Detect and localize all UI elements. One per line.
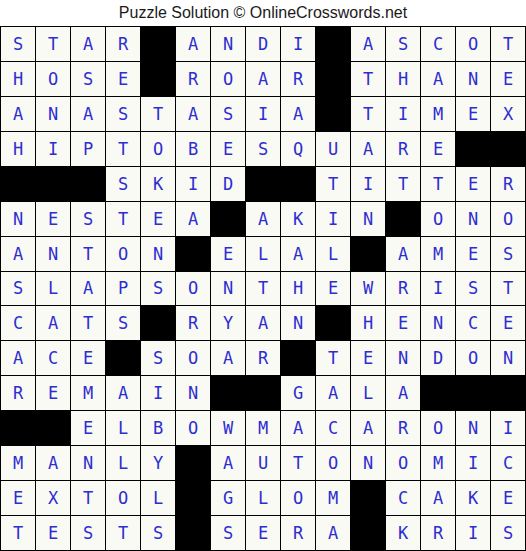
letter-cell-r11c5: I bbox=[141, 376, 175, 410]
letter-cell-r10c13: D bbox=[421, 341, 455, 375]
black-cell bbox=[456, 132, 490, 166]
black-cell bbox=[211, 202, 245, 236]
letter-cell-r1c4: R bbox=[106, 27, 140, 61]
black-cell bbox=[351, 516, 385, 550]
letter-cell-r7c8: L bbox=[246, 237, 280, 271]
letter-cell-r1c7: N bbox=[211, 27, 245, 61]
letter-cell-r11c1: R bbox=[1, 376, 35, 410]
letter-cell-r2c14: N bbox=[456, 62, 490, 96]
letter-cell-r15c7: S bbox=[211, 516, 245, 550]
black-cell bbox=[316, 97, 350, 131]
letter-cell-r5c14: E bbox=[456, 167, 490, 201]
letter-cell-r9c6: R bbox=[176, 306, 210, 340]
letter-cell-r6c5: E bbox=[141, 202, 175, 236]
letter-cell-r4c4: T bbox=[106, 132, 140, 166]
letter-cell-r10c10: T bbox=[316, 341, 350, 375]
letter-cell-r5c11: I bbox=[351, 167, 385, 201]
letter-cell-r12c5: B bbox=[141, 411, 175, 445]
letter-cell-r8c9: H bbox=[281, 272, 315, 306]
letter-cell-r7c14: E bbox=[456, 237, 490, 271]
letter-cell-r10c12: N bbox=[386, 341, 420, 375]
letter-cell-r2c1: H bbox=[1, 62, 35, 96]
letter-cell-r2c3: S bbox=[71, 62, 105, 96]
letter-cell-r11c2: E bbox=[36, 376, 70, 410]
letter-cell-r10c15: N bbox=[491, 341, 525, 375]
letter-cell-r1c8: D bbox=[246, 27, 280, 61]
letter-cell-r13c8: U bbox=[246, 446, 280, 480]
letter-cell-r4c1: H bbox=[1, 132, 35, 166]
page-title: Puzzle Solution © OnlineCrosswords.net bbox=[0, 0, 526, 26]
letter-cell-r5c15: R bbox=[491, 167, 525, 201]
letter-cell-r3c14: E bbox=[456, 97, 490, 131]
black-cell bbox=[1, 411, 35, 445]
letter-cell-r14c14: K bbox=[456, 481, 490, 515]
letter-cell-r8c6: O bbox=[176, 272, 210, 306]
letter-cell-r15c10: A bbox=[316, 516, 350, 550]
letter-cell-r6c11: N bbox=[351, 202, 385, 236]
letter-cell-r9c3: T bbox=[71, 306, 105, 340]
letter-cell-r9c13: N bbox=[421, 306, 455, 340]
letter-cell-r9c7: Y bbox=[211, 306, 245, 340]
letter-cell-r6c4: T bbox=[106, 202, 140, 236]
black-cell bbox=[351, 237, 385, 271]
letter-cell-r7c7: E bbox=[211, 237, 245, 271]
letter-cell-r8c13: I bbox=[421, 272, 455, 306]
letter-cell-r6c3: S bbox=[71, 202, 105, 236]
letter-cell-r14c1: E bbox=[1, 481, 35, 515]
letter-cell-r2c12: H bbox=[386, 62, 420, 96]
letter-cell-r3c2: N bbox=[36, 97, 70, 131]
letter-cell-r11c10: A bbox=[316, 376, 350, 410]
black-cell bbox=[176, 516, 210, 550]
letter-cell-r11c4: A bbox=[106, 376, 140, 410]
letter-cell-r3c6: A bbox=[176, 97, 210, 131]
letter-cell-r14c9: O bbox=[281, 481, 315, 515]
letter-cell-r2c13: A bbox=[421, 62, 455, 96]
black-cell bbox=[281, 167, 315, 201]
letter-cell-r8c3: A bbox=[71, 272, 105, 306]
crossword-grid: STARANDIASCOTHOSEROARTHANEANASTASIATIMEX… bbox=[0, 26, 526, 551]
letter-cell-r6c13: O bbox=[421, 202, 455, 236]
black-cell bbox=[176, 481, 210, 515]
letter-cell-r7c2: N bbox=[36, 237, 70, 271]
letter-cell-r4c7: E bbox=[211, 132, 245, 166]
letter-cell-r9c14: C bbox=[456, 306, 490, 340]
letter-cell-r10c3: E bbox=[71, 341, 105, 375]
letter-cell-r15c13: R bbox=[421, 516, 455, 550]
letter-cell-r11c12: A bbox=[386, 376, 420, 410]
black-cell bbox=[421, 376, 455, 410]
puzzle-solution-page: Puzzle Solution © OnlineCrosswords.net S… bbox=[0, 0, 526, 551]
letter-cell-r7c4: O bbox=[106, 237, 140, 271]
letter-cell-r1c2: T bbox=[36, 27, 70, 61]
letter-cell-r14c13: A bbox=[421, 481, 455, 515]
letter-cell-r9c8: A bbox=[246, 306, 280, 340]
letter-cell-r8c11: W bbox=[351, 272, 385, 306]
letter-cell-r5c10: T bbox=[316, 167, 350, 201]
black-cell bbox=[141, 27, 175, 61]
black-cell bbox=[106, 341, 140, 375]
letter-cell-r12c14: N bbox=[456, 411, 490, 445]
letter-cell-r10c2: C bbox=[36, 341, 70, 375]
letter-cell-r14c4: O bbox=[106, 481, 140, 515]
letter-cell-r7c13: M bbox=[421, 237, 455, 271]
letter-cell-r6c14: N bbox=[456, 202, 490, 236]
letter-cell-r14c2: X bbox=[36, 481, 70, 515]
letter-cell-r2c8: A bbox=[246, 62, 280, 96]
letter-cell-r14c3: T bbox=[71, 481, 105, 515]
letter-cell-r13c1: M bbox=[1, 446, 35, 480]
letter-cell-r3c15: X bbox=[491, 97, 525, 131]
letter-cell-r7c1: A bbox=[1, 237, 35, 271]
letter-cell-r15c12: K bbox=[386, 516, 420, 550]
letter-cell-r15c2: E bbox=[36, 516, 70, 550]
letter-cell-r11c11: L bbox=[351, 376, 385, 410]
letter-cell-r14c7: G bbox=[211, 481, 245, 515]
letter-cell-r11c9: G bbox=[281, 376, 315, 410]
letter-cell-r13c5: Y bbox=[141, 446, 175, 480]
black-cell bbox=[176, 446, 210, 480]
letter-cell-r7c10: L bbox=[316, 237, 350, 271]
black-cell bbox=[246, 167, 280, 201]
letter-cell-r3c13: M bbox=[421, 97, 455, 131]
letter-cell-r2c2: O bbox=[36, 62, 70, 96]
letter-cell-r6c9: K bbox=[281, 202, 315, 236]
letter-cell-r11c3: M bbox=[71, 376, 105, 410]
letter-cell-r1c14: O bbox=[456, 27, 490, 61]
black-cell bbox=[351, 481, 385, 515]
letter-cell-r1c13: C bbox=[421, 27, 455, 61]
letter-cell-r15c9: R bbox=[281, 516, 315, 550]
letter-cell-r3c1: A bbox=[1, 97, 35, 131]
letter-cell-r10c1: A bbox=[1, 341, 35, 375]
black-cell bbox=[316, 306, 350, 340]
letter-cell-r4c3: P bbox=[71, 132, 105, 166]
letter-cell-r1c15: T bbox=[491, 27, 525, 61]
letter-cell-r7c9: A bbox=[281, 237, 315, 271]
letter-cell-r13c14: I bbox=[456, 446, 490, 480]
letter-cell-r9c1: C bbox=[1, 306, 35, 340]
letter-cell-r6c1: N bbox=[1, 202, 35, 236]
letter-cell-r3c4: S bbox=[106, 97, 140, 131]
letter-cell-r2c7: O bbox=[211, 62, 245, 96]
letter-cell-r3c12: I bbox=[386, 97, 420, 131]
letter-cell-r9c15: E bbox=[491, 306, 525, 340]
black-cell bbox=[491, 132, 525, 166]
letter-cell-r12c8: M bbox=[246, 411, 280, 445]
letter-cell-r7c3: T bbox=[71, 237, 105, 271]
black-cell bbox=[141, 306, 175, 340]
letter-cell-r12c11: A bbox=[351, 411, 385, 445]
letter-cell-r5c6: I bbox=[176, 167, 210, 201]
black-cell bbox=[456, 376, 490, 410]
letter-cell-r4c2: I bbox=[36, 132, 70, 166]
letter-cell-r10c8: R bbox=[246, 341, 280, 375]
letter-cell-r9c9: N bbox=[281, 306, 315, 340]
letter-cell-r8c4: P bbox=[106, 272, 140, 306]
letter-cell-r5c4: S bbox=[106, 167, 140, 201]
letter-cell-r10c5: S bbox=[141, 341, 175, 375]
black-cell bbox=[176, 237, 210, 271]
letter-cell-r13c2: A bbox=[36, 446, 70, 480]
letter-cell-r15c8: E bbox=[246, 516, 280, 550]
letter-cell-r13c15: C bbox=[491, 446, 525, 480]
letter-cell-r13c12: O bbox=[386, 446, 420, 480]
letter-cell-r4c8: S bbox=[246, 132, 280, 166]
letter-cell-r15c5: S bbox=[141, 516, 175, 550]
letter-cell-r3c7: S bbox=[211, 97, 245, 131]
letter-cell-r1c3: A bbox=[71, 27, 105, 61]
letter-cell-r8c15: T bbox=[491, 272, 525, 306]
letter-cell-r3c9: A bbox=[281, 97, 315, 131]
black-cell bbox=[281, 341, 315, 375]
letter-cell-r4c10: U bbox=[316, 132, 350, 166]
letter-cell-r11c6: N bbox=[176, 376, 210, 410]
letter-cell-r12c4: L bbox=[106, 411, 140, 445]
letter-cell-r6c15: O bbox=[491, 202, 525, 236]
black-cell bbox=[211, 376, 245, 410]
letter-cell-r9c4: S bbox=[106, 306, 140, 340]
letter-cell-r2c6: R bbox=[176, 62, 210, 96]
letter-cell-r12c10: C bbox=[316, 411, 350, 445]
letter-cell-r1c1: S bbox=[1, 27, 35, 61]
letter-cell-r15c3: S bbox=[71, 516, 105, 550]
letter-cell-r12c15: I bbox=[491, 411, 525, 445]
letter-cell-r13c9: T bbox=[281, 446, 315, 480]
black-cell bbox=[316, 62, 350, 96]
letter-cell-r6c2: E bbox=[36, 202, 70, 236]
letter-cell-r5c5: K bbox=[141, 167, 175, 201]
black-cell bbox=[491, 376, 525, 410]
black-cell bbox=[316, 27, 350, 61]
letter-cell-r13c3: N bbox=[71, 446, 105, 480]
letter-cell-r3c3: A bbox=[71, 97, 105, 131]
letter-cell-r13c11: N bbox=[351, 446, 385, 480]
letter-cell-r4c9: Q bbox=[281, 132, 315, 166]
letter-cell-r14c5: L bbox=[141, 481, 175, 515]
letter-cell-r8c8: T bbox=[246, 272, 280, 306]
letter-cell-r5c12: T bbox=[386, 167, 420, 201]
black-cell bbox=[386, 202, 420, 236]
letter-cell-r13c4: L bbox=[106, 446, 140, 480]
letter-cell-r8c10: E bbox=[316, 272, 350, 306]
letter-cell-r6c8: A bbox=[246, 202, 280, 236]
letter-cell-r7c15: S bbox=[491, 237, 525, 271]
letter-cell-r1c6: A bbox=[176, 27, 210, 61]
letter-cell-r13c7: A bbox=[211, 446, 245, 480]
letter-cell-r8c5: S bbox=[141, 272, 175, 306]
black-cell bbox=[141, 62, 175, 96]
letter-cell-r9c2: A bbox=[36, 306, 70, 340]
letter-cell-r3c8: I bbox=[246, 97, 280, 131]
letter-cell-r1c12: S bbox=[386, 27, 420, 61]
letter-cell-r9c11: H bbox=[351, 306, 385, 340]
letter-cell-r4c13: E bbox=[421, 132, 455, 166]
letter-cell-r8c2: L bbox=[36, 272, 70, 306]
letter-cell-r13c13: M bbox=[421, 446, 455, 480]
letter-cell-r4c11: A bbox=[351, 132, 385, 166]
letter-cell-r12c9: A bbox=[281, 411, 315, 445]
letter-cell-r6c6: A bbox=[176, 202, 210, 236]
letter-cell-r4c6: B bbox=[176, 132, 210, 166]
letter-cell-r9c12: E bbox=[386, 306, 420, 340]
letter-cell-r12c6: O bbox=[176, 411, 210, 445]
letter-cell-r15c4: T bbox=[106, 516, 140, 550]
letter-cell-r8c12: R bbox=[386, 272, 420, 306]
letter-cell-r3c11: T bbox=[351, 97, 385, 131]
letter-cell-r15c14: I bbox=[456, 516, 490, 550]
letter-cell-r2c4: E bbox=[106, 62, 140, 96]
letter-cell-r7c12: A bbox=[386, 237, 420, 271]
letter-cell-r10c6: O bbox=[176, 341, 210, 375]
letter-cell-r14c12: C bbox=[386, 481, 420, 515]
black-cell bbox=[36, 411, 70, 445]
letter-cell-r12c7: W bbox=[211, 411, 245, 445]
letter-cell-r13c10: O bbox=[316, 446, 350, 480]
letter-cell-r14c8: L bbox=[246, 481, 280, 515]
letter-cell-r8c7: N bbox=[211, 272, 245, 306]
letter-cell-r12c12: R bbox=[386, 411, 420, 445]
letter-cell-r8c1: S bbox=[1, 272, 35, 306]
letter-cell-r1c9: I bbox=[281, 27, 315, 61]
letter-cell-r10c7: A bbox=[211, 341, 245, 375]
letter-cell-r12c3: E bbox=[71, 411, 105, 445]
letter-cell-r8c14: S bbox=[456, 272, 490, 306]
letter-cell-r15c1: T bbox=[1, 516, 35, 550]
black-cell bbox=[246, 376, 280, 410]
black-cell bbox=[36, 167, 70, 201]
letter-cell-r12c13: O bbox=[421, 411, 455, 445]
black-cell bbox=[71, 167, 105, 201]
letter-cell-r10c11: E bbox=[351, 341, 385, 375]
letter-cell-r2c15: E bbox=[491, 62, 525, 96]
letter-cell-r14c10: M bbox=[316, 481, 350, 515]
letter-cell-r1c11: A bbox=[351, 27, 385, 61]
letter-cell-r2c11: T bbox=[351, 62, 385, 96]
letter-cell-r3c5: T bbox=[141, 97, 175, 131]
letter-cell-r5c7: D bbox=[211, 167, 245, 201]
letter-cell-r4c12: R bbox=[386, 132, 420, 166]
letter-cell-r7c5: N bbox=[141, 237, 175, 271]
letter-cell-r15c15: S bbox=[491, 516, 525, 550]
black-cell bbox=[1, 167, 35, 201]
letter-cell-r14c15: E bbox=[491, 481, 525, 515]
letter-cell-r10c14: O bbox=[456, 341, 490, 375]
letter-cell-r5c13: T bbox=[421, 167, 455, 201]
letter-cell-r6c10: I bbox=[316, 202, 350, 236]
letter-cell-r2c9: R bbox=[281, 62, 315, 96]
letter-cell-r4c5: O bbox=[141, 132, 175, 166]
